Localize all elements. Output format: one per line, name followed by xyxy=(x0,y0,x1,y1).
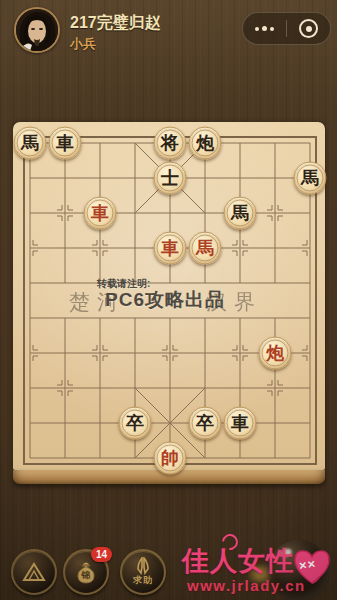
piece-glyph: 士 xyxy=(161,169,179,187)
hint-bag-button[interactable]: 锦 14 xyxy=(63,549,109,595)
piece-red-cannon[interactable]: 炮 xyxy=(259,337,292,370)
xiangqi-app-screen: { "game": "xiangqi (Chinese chess) endga… xyxy=(0,0,337,600)
chevron-up-icon xyxy=(22,562,46,582)
page-title: 217完璧归赵 xyxy=(70,13,161,34)
piece-glyph: 車 xyxy=(161,239,179,257)
piece-glyph: 馬 xyxy=(301,169,319,187)
bag-label: 锦 xyxy=(82,568,91,581)
collapse-menu-button[interactable] xyxy=(11,549,57,595)
piece-glyph: 車 xyxy=(91,204,109,222)
heart-eyes-text: ×× xyxy=(298,556,317,573)
xiangqi-board[interactable]: 楚河 汉界 转载请注明: PC6攻略出品 馬車将炮士馬車馬車馬炮卒卒車帥 xyxy=(13,122,325,484)
piece-glyph: 車 xyxy=(231,414,249,432)
piece-black-soldier[interactable]: 卒 xyxy=(189,407,222,440)
site-watermark-url: www.jrlady.cn xyxy=(187,577,306,594)
page-subtitle: 小兵 xyxy=(70,35,96,53)
site-watermark-brand: 佳人女性 xyxy=(182,543,294,579)
piece-black-horse[interactable]: 馬 xyxy=(224,197,257,230)
piece-red-horse[interactable]: 馬 xyxy=(189,232,222,265)
piece-glyph: 馬 xyxy=(231,204,249,222)
piece-glyph: 車 xyxy=(56,134,74,152)
piece-glyph: 卒 xyxy=(126,414,144,432)
miniprogram-capsule xyxy=(242,12,331,45)
piece-red-chariot[interactable]: 車 xyxy=(84,197,117,230)
piece-glyph: 炮 xyxy=(266,344,284,362)
piece-glyph: 帥 xyxy=(161,449,179,467)
more-button[interactable] xyxy=(243,13,286,44)
piece-black-soldier[interactable]: 卒 xyxy=(119,407,152,440)
piece-red-chariot[interactable]: 車 xyxy=(154,232,187,265)
miniprogram-exit-icon xyxy=(299,19,318,38)
ask-help-button[interactable]: 求助 xyxy=(120,549,166,595)
piece-black-cannon[interactable]: 炮 xyxy=(189,127,222,160)
hint-count-badge: 14 xyxy=(91,547,112,562)
piece-black-chariot[interactable]: 車 xyxy=(224,407,257,440)
piece-black-horse[interactable]: 馬 xyxy=(14,127,47,160)
piece-glyph: 馬 xyxy=(196,239,214,257)
piece-glyph: 将 xyxy=(161,134,179,152)
piece-glyph: 卒 xyxy=(196,414,214,432)
board-watermark-brand: PC6攻略出品 xyxy=(105,287,225,313)
warrior-portrait xyxy=(16,9,58,51)
piece-glyph: 炮 xyxy=(196,134,214,152)
piece-black-chariot[interactable]: 車 xyxy=(49,127,82,160)
more-dots-icon xyxy=(255,26,274,31)
exit-button[interactable] xyxy=(287,13,330,44)
praying-hands-icon xyxy=(133,557,153,575)
piece-glyph: 馬 xyxy=(21,134,39,152)
avatar[interactable] xyxy=(14,7,60,53)
help-label: 求助 xyxy=(133,574,153,587)
piece-red-general[interactable]: 帥 xyxy=(154,442,187,475)
piece-black-advisor[interactable]: 士 xyxy=(154,162,187,195)
piece-black-horse[interactable]: 馬 xyxy=(294,162,327,195)
piece-black-general[interactable]: 将 xyxy=(154,127,187,160)
